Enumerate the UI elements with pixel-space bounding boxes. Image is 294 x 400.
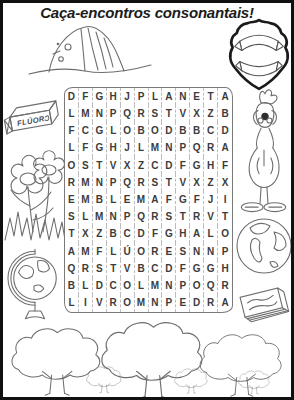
grid-cell[interactable]: H xyxy=(218,260,232,277)
grid-cell[interactable]: B xyxy=(218,105,232,122)
grid-cell[interactable]: F xyxy=(190,191,204,208)
grid-cell[interactable]: M xyxy=(93,209,107,226)
grid-cell[interactable]: P xyxy=(135,88,149,105)
grid-cell[interactable]: D xyxy=(162,122,176,139)
grid-cell[interactable]: H xyxy=(176,226,190,243)
grid-cell[interactable]: L xyxy=(135,278,149,295)
word-search-grid: DFGHJPLANETALMNPQRSTVXZBFCGLOBODBBCDLFGH… xyxy=(64,87,233,313)
grid-cell[interactable]: T xyxy=(65,226,79,243)
grid-cell[interactable]: A xyxy=(190,226,204,243)
grid-cell[interactable]: E xyxy=(162,243,176,260)
grid-cell[interactable]: C xyxy=(107,278,121,295)
grid-cell[interactable]: F xyxy=(79,88,93,105)
grid-cell[interactable]: D xyxy=(190,295,204,312)
grid-cell[interactable]: O xyxy=(218,226,232,243)
grid-cell[interactable]: Q xyxy=(121,105,135,122)
rooster-illustration xyxy=(235,87,293,217)
grid-cell[interactable]: D xyxy=(162,260,176,277)
grid-cell[interactable]: X xyxy=(190,105,204,122)
grid-cell[interactable]: J xyxy=(121,88,135,105)
grid-cell[interactable]: J xyxy=(121,140,135,157)
grid-cell[interactable]: T xyxy=(162,174,176,191)
worksheet-page: Caça-encontros consonantais! FLÚOR xyxy=(0,0,294,400)
grid-cell[interactable]: Q xyxy=(135,209,149,226)
grid-cell[interactable]: P xyxy=(107,105,121,122)
grid-cell[interactable]: P xyxy=(218,243,232,260)
grid-cell[interactable]: L xyxy=(204,226,218,243)
grid-cell[interactable]: O xyxy=(135,243,149,260)
grid-cell[interactable]: H xyxy=(107,88,121,105)
grid-cell[interactable]: O xyxy=(190,278,204,295)
grid-cell[interactable]: N xyxy=(190,243,204,260)
grid-cell[interactable]: B xyxy=(176,122,190,139)
grid-cell[interactable]: A xyxy=(65,243,79,260)
grid-cell[interactable]: N xyxy=(149,295,163,312)
grid-cell[interactable]: S xyxy=(149,174,163,191)
grid-cell[interactable]: E xyxy=(121,191,135,208)
grid-cell[interactable]: M xyxy=(135,191,149,208)
grid-cell[interactable]: B xyxy=(65,278,79,295)
grid-cell[interactable]: F xyxy=(149,226,163,243)
grid-cell[interactable]: R xyxy=(204,295,218,312)
grid-cell[interactable]: G xyxy=(93,88,107,105)
grid-cell[interactable]: P xyxy=(107,174,121,191)
grid-cell[interactable]: X xyxy=(121,157,135,174)
grid-cell[interactable]: R xyxy=(149,209,163,226)
grid-cell[interactable]: L xyxy=(65,105,79,122)
grid-cell[interactable]: G xyxy=(162,226,176,243)
grid-cell[interactable]: C xyxy=(79,122,93,139)
grid-cell[interactable]: S xyxy=(149,105,163,122)
grid-cell[interactable]: B xyxy=(190,122,204,139)
badge-emblem-illustration xyxy=(226,17,292,92)
grid-cell[interactable]: F xyxy=(218,157,232,174)
grid-cell[interactable]: L xyxy=(107,191,121,208)
grid-cell[interactable]: H xyxy=(107,140,121,157)
grid-cell[interactable]: N xyxy=(107,209,121,226)
grid-cell[interactable]: M xyxy=(135,295,149,312)
grid-cell[interactable]: D xyxy=(218,122,232,139)
grid-cell[interactable]: E xyxy=(190,88,204,105)
grid-cell[interactable]: N xyxy=(93,174,107,191)
grid-cell[interactable]: A xyxy=(218,88,232,105)
grid-cell[interactable]: B xyxy=(93,191,107,208)
grid-cell[interactable]: A xyxy=(218,140,232,157)
grid-cell[interactable]: T xyxy=(107,260,121,277)
grid-cell[interactable]: V xyxy=(121,260,135,277)
grid-cell[interactable]: Z xyxy=(93,226,107,243)
grid-cell[interactable]: O xyxy=(149,122,163,139)
grid-cell[interactable]: O xyxy=(121,278,135,295)
grid-cell[interactable]: S xyxy=(79,157,93,174)
grid-cell[interactable]: X xyxy=(79,226,93,243)
grid-cell[interactable]: P xyxy=(176,278,190,295)
grid-cell[interactable]: S xyxy=(176,243,190,260)
grid-cell[interactable]: M xyxy=(79,243,93,260)
grid-cell[interactable]: V xyxy=(204,209,218,226)
grid-cell[interactable]: L xyxy=(107,122,121,139)
grid-cell[interactable]: M xyxy=(79,105,93,122)
grid-cell[interactable]: C xyxy=(149,157,163,174)
grid-cell[interactable]: V xyxy=(107,157,121,174)
grid-cell[interactable]: Q xyxy=(121,174,135,191)
grid-cell[interactable]: I xyxy=(218,191,232,208)
grid-cell[interactable]: F xyxy=(176,260,190,277)
grid-cell[interactable]: Z xyxy=(135,157,149,174)
grid-cell[interactable]: N xyxy=(204,243,218,260)
grid-cell[interactable]: H xyxy=(204,157,218,174)
grid-cell[interactable]: G xyxy=(190,157,204,174)
grid-cell[interactable]: L xyxy=(65,295,79,312)
grid-cell[interactable]: D xyxy=(135,226,149,243)
earth-globe-illustration xyxy=(234,213,294,279)
grid-cell[interactable]: O xyxy=(65,157,79,174)
grid-cell[interactable]: R xyxy=(218,278,232,295)
grid-cell[interactable]: M xyxy=(149,278,163,295)
grid-cell[interactable]: N xyxy=(93,105,107,122)
rock-illustration xyxy=(25,16,155,84)
grid-cell[interactable]: F xyxy=(93,243,107,260)
grid-cell[interactable]: F xyxy=(79,140,93,157)
grid-cell[interactable]: R xyxy=(190,209,204,226)
grid-cell[interactable]: T xyxy=(176,209,190,226)
grid-cell[interactable]: N xyxy=(162,140,176,157)
grid-cell[interactable]: T xyxy=(204,88,218,105)
grid-cell[interactable]: T xyxy=(218,209,232,226)
grid-cell[interactable]: S xyxy=(65,209,79,226)
grid-cell[interactable]: F xyxy=(65,122,79,139)
grid-cell[interactable]: N xyxy=(176,88,190,105)
grid-cell[interactable]: C xyxy=(149,260,163,277)
grid-cell[interactable]: G xyxy=(93,140,107,157)
grid-cell[interactable]: F xyxy=(176,157,190,174)
grid-cell[interactable]: E xyxy=(176,295,190,312)
grid-cell[interactable]: M xyxy=(79,191,93,208)
grid-cell[interactable]: Q xyxy=(204,278,218,295)
grid-cell[interactable]: P xyxy=(121,209,135,226)
grid-cell[interactable]: L xyxy=(79,209,93,226)
grid-cell[interactable]: R xyxy=(79,260,93,277)
grid-cell[interactable]: G xyxy=(176,191,190,208)
grid-cell[interactable]: O xyxy=(121,295,135,312)
grid-cell[interactable]: M xyxy=(149,140,163,157)
grid-cell[interactable]: D xyxy=(93,278,107,295)
grid-cell[interactable]: R xyxy=(149,243,163,260)
grid-cell[interactable]: L xyxy=(149,88,163,105)
grid-cell[interactable]: G xyxy=(190,260,204,277)
grid-cell[interactable]: B xyxy=(135,122,149,139)
grid-cell[interactable]: C xyxy=(121,226,135,243)
flowers-illustration xyxy=(3,148,67,242)
grid-cell[interactable]: V xyxy=(93,295,107,312)
grid-cell[interactable]: Q xyxy=(65,260,79,277)
grid-cell[interactable]: A xyxy=(218,295,232,312)
desk-globe-illustration xyxy=(7,243,63,325)
grid-cell[interactable]: N xyxy=(162,278,176,295)
grid-cell[interactable]: X xyxy=(218,174,232,191)
grid-cell[interactable]: Ú xyxy=(121,243,135,260)
grid-cell[interactable]: M xyxy=(79,174,93,191)
grid-cell[interactable]: O xyxy=(121,122,135,139)
grid-cell[interactable]: D xyxy=(65,88,79,105)
toothpaste-box-illustration: FLÚOR xyxy=(3,97,65,147)
grid-cell[interactable]: A xyxy=(149,191,163,208)
grid-cell[interactable]: T xyxy=(162,105,176,122)
grid-cell[interactable]: R xyxy=(135,105,149,122)
grid-cell[interactable]: F xyxy=(162,191,176,208)
grid-cell[interactable]: J xyxy=(204,191,218,208)
grid-cell[interactable]: G xyxy=(93,122,107,139)
grid-cell[interactable]: A xyxy=(162,88,176,105)
grid-cell[interactable]: P xyxy=(176,140,190,157)
grid-cell[interactable]: T xyxy=(93,157,107,174)
grid-cell[interactable]: B xyxy=(107,226,121,243)
grid-cell[interactable]: V xyxy=(176,105,190,122)
grid-cell[interactable]: Z xyxy=(204,105,218,122)
forest-trees-illustration xyxy=(3,321,291,397)
grid-cell[interactable]: P xyxy=(162,295,176,312)
grid-cell[interactable]: Z xyxy=(204,174,218,191)
grid-cell[interactable]: G xyxy=(204,260,218,277)
grid-cell[interactable]: X xyxy=(190,174,204,191)
grid-cell[interactable]: R xyxy=(135,174,149,191)
grid-cell[interactable]: R xyxy=(204,140,218,157)
grid-cell[interactable]: V xyxy=(176,174,190,191)
grid-cell[interactable]: D xyxy=(162,157,176,174)
grid-cell[interactable]: R xyxy=(107,295,121,312)
grid-cell[interactable]: L xyxy=(65,140,79,157)
grid-cell[interactable]: L xyxy=(79,278,93,295)
grid-cell[interactable]: L xyxy=(135,140,149,157)
grid-cell[interactable]: Q xyxy=(190,140,204,157)
grid-cell[interactable]: L xyxy=(107,243,121,260)
grid-cell[interactable]: S xyxy=(93,260,107,277)
grid-cell[interactable]: B xyxy=(135,260,149,277)
grid-cell[interactable]: S xyxy=(162,209,176,226)
grid-cell[interactable]: R xyxy=(65,174,79,191)
grid-cell[interactable]: I xyxy=(79,295,93,312)
grid-cell[interactable]: E xyxy=(65,191,79,208)
grid-cell[interactable]: C xyxy=(204,122,218,139)
